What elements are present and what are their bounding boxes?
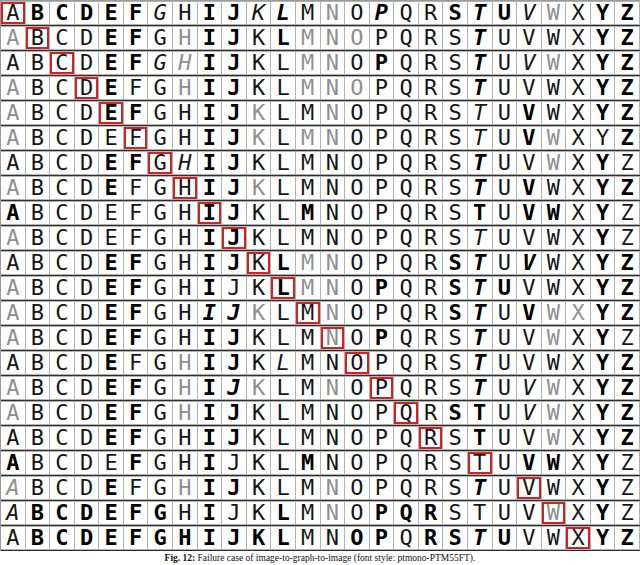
letter-cell: S — [443, 476, 468, 500]
letter-cell: Z — [615, 51, 640, 75]
letter-cell: J — [222, 1, 247, 25]
letter-cell: F — [124, 176, 149, 200]
letter-cell: S — [443, 226, 468, 250]
letter-cell: G — [148, 451, 173, 475]
letter-cell: V — [517, 501, 542, 525]
letter-cell: N — [321, 51, 346, 75]
letter-cell: F — [124, 151, 149, 175]
letter-cell: T — [468, 326, 493, 350]
letter-cell: E — [99, 1, 124, 25]
letter-cell: O — [345, 201, 370, 225]
letter-cell: C — [50, 351, 75, 375]
letter-cell: Z — [615, 126, 640, 150]
letter-cell: M — [296, 101, 321, 125]
letter-cell: H — [173, 476, 198, 500]
letter-cell: P — [370, 26, 395, 50]
letter-cell: T — [468, 476, 493, 500]
letter-cell: T — [468, 301, 493, 325]
letter-cell: U — [493, 226, 518, 250]
letter-cell: I — [198, 351, 223, 375]
letter-cell: V — [517, 76, 542, 100]
letter-cell: Y — [591, 526, 616, 550]
letter-cell: C — [50, 501, 75, 525]
letter-cell: S — [443, 501, 468, 525]
letter-cell: M — [296, 326, 321, 350]
letter-cell: B — [26, 201, 51, 225]
letter-cell: F — [124, 226, 149, 250]
letter-cell: S — [443, 351, 468, 375]
letter-cell-highlighted: I — [198, 201, 223, 225]
letter-cell: E — [99, 51, 124, 75]
letter-cell: G — [148, 426, 173, 450]
letter-cell: S — [443, 176, 468, 200]
letter-cell: J — [222, 26, 247, 50]
letter-cell: K — [247, 476, 272, 500]
letter-cell: L — [271, 351, 296, 375]
letter-cell: W — [542, 326, 567, 350]
letter-cell: P — [370, 176, 395, 200]
letter-cell-highlighted: R — [419, 426, 444, 450]
letter-cell: L — [271, 301, 296, 325]
letter-cell: E — [99, 501, 124, 525]
letter-cell: O — [345, 401, 370, 425]
letter-cell: J — [222, 376, 247, 400]
letter-cell: I — [198, 101, 223, 125]
letter-cell: B — [26, 526, 51, 550]
alphabet-row: ABCDEFGHIJKLMNOPQRSTUVWXYZ — [1, 326, 640, 351]
letter-cell: J — [222, 276, 247, 300]
letter-cell: Z — [615, 226, 640, 250]
letter-cell: F — [124, 26, 149, 50]
alphabet-row: ABCDEFGHIJKLMNOPQRSTUVWXYZ — [1, 526, 640, 551]
letter-cell: L — [271, 501, 296, 525]
letter-cell: T — [468, 351, 493, 375]
letter-cell: Y — [591, 501, 616, 525]
letter-cell: Y — [591, 126, 616, 150]
letter-cell: D — [75, 476, 100, 500]
letter-cell: E — [99, 176, 124, 200]
letter-cell: D — [75, 1, 100, 25]
letter-cell: Y — [591, 251, 616, 275]
letter-cell: M — [296, 451, 321, 475]
letter-cell: R — [419, 176, 444, 200]
letter-cell: A — [1, 451, 26, 475]
letter-cell: D — [75, 251, 100, 275]
letter-cell: Q — [394, 226, 419, 250]
letter-cell: A — [1, 51, 26, 75]
letter-cell: V — [517, 401, 542, 425]
letter-cell: L — [271, 426, 296, 450]
letter-cell: U — [493, 501, 518, 525]
letter-cell: Y — [591, 451, 616, 475]
letter-cell: L — [271, 51, 296, 75]
letter-cell: G — [148, 26, 173, 50]
letter-cell: L — [271, 151, 296, 175]
letter-cell: U — [493, 176, 518, 200]
letter-cell: I — [198, 1, 223, 25]
letter-cell: O — [345, 151, 370, 175]
letter-cell: S — [443, 401, 468, 425]
letter-cell: J — [222, 526, 247, 550]
letter-cell: I — [198, 126, 223, 150]
letter-cell: G — [148, 301, 173, 325]
letter-cell: K — [247, 51, 272, 75]
letter-cell: Q — [394, 51, 419, 75]
letter-cell: K — [247, 226, 272, 250]
letter-cell: K — [247, 201, 272, 225]
letter-cell: H — [173, 451, 198, 475]
letter-cell: X — [566, 376, 591, 400]
letter-cell: L — [271, 101, 296, 125]
letter-cell: T — [468, 26, 493, 50]
letter-cell: R — [419, 1, 444, 25]
letter-cell: J — [222, 401, 247, 425]
letter-cell: Z — [615, 401, 640, 425]
letter-cell: T — [468, 526, 493, 550]
letter-cell: U — [493, 426, 518, 450]
letter-cell-highlighted: D — [75, 76, 100, 100]
letter-cell: T — [468, 251, 493, 275]
letter-cell: X — [566, 76, 591, 100]
letter-cell: T — [468, 1, 493, 25]
letter-cell: V — [517, 176, 542, 200]
letter-cell: U — [493, 151, 518, 175]
letter-cell: Z — [615, 176, 640, 200]
letter-cell: W — [542, 351, 567, 375]
letter-cell: B — [26, 351, 51, 375]
letter-cell: S — [443, 76, 468, 100]
letter-cell: G — [148, 326, 173, 350]
letter-cell: L — [271, 176, 296, 200]
letter-cell: G — [148, 276, 173, 300]
letter-cell: K — [247, 101, 272, 125]
letter-cell: H — [173, 26, 198, 50]
letter-cell: S — [443, 51, 468, 75]
letter-cell: C — [50, 101, 75, 125]
letter-cell: N — [321, 376, 346, 400]
letter-cell: P — [370, 101, 395, 125]
letter-cell: V — [517, 351, 542, 375]
alphabet-row: ABCDEFGHIJKLMNOPQRSTUVWXYZ — [1, 301, 640, 326]
letter-cell: Q — [394, 476, 419, 500]
letter-cell: J — [222, 351, 247, 375]
letter-cell: W — [542, 176, 567, 200]
letter-cell: B — [26, 251, 51, 275]
letter-cell: D — [75, 501, 100, 525]
letter-cell: X — [566, 51, 591, 75]
letter-cell: Y — [591, 51, 616, 75]
letter-cell: M — [296, 201, 321, 225]
letter-cell: F — [124, 351, 149, 375]
letter-cell: Z — [615, 501, 640, 525]
letter-cell-highlighted: Q — [394, 401, 419, 425]
letter-cell: R — [419, 226, 444, 250]
letter-cell: F — [124, 301, 149, 325]
letter-cell: J — [222, 176, 247, 200]
letter-cell: N — [321, 1, 346, 25]
letter-cell: W — [542, 201, 567, 225]
letter-cell: J — [222, 76, 247, 100]
letter-cell: T — [468, 176, 493, 200]
letter-cell: O — [345, 251, 370, 275]
letter-cell: X — [566, 26, 591, 50]
letter-cell: F — [124, 1, 149, 25]
letter-cell: S — [443, 201, 468, 225]
letter-cell: V — [517, 251, 542, 275]
letter-cell: S — [443, 451, 468, 475]
letter-cell: R — [419, 451, 444, 475]
letter-cell: K — [247, 176, 272, 200]
letter-cell: H — [173, 126, 198, 150]
letter-cell: I — [198, 276, 223, 300]
letter-cell-highlighted: L — [271, 276, 296, 300]
letter-cell-highlighted: F — [124, 126, 149, 150]
letter-cell: Q — [394, 526, 419, 550]
letter-cell: N — [321, 301, 346, 325]
letter-cell: A — [1, 476, 26, 500]
letter-cell: S — [443, 526, 468, 550]
letter-cell: P — [370, 126, 395, 150]
letter-cell: G — [148, 176, 173, 200]
letter-cell: O — [345, 101, 370, 125]
letter-cell: S — [443, 26, 468, 50]
letter-cell: R — [419, 501, 444, 525]
letter-cell: X — [566, 401, 591, 425]
letter-cell: Y — [591, 326, 616, 350]
letter-cell: S — [443, 126, 468, 150]
letter-cell: Q — [394, 351, 419, 375]
letter-cell: T — [468, 426, 493, 450]
letter-cell: L — [271, 451, 296, 475]
letter-cell: E — [99, 201, 124, 225]
alphabet-row: ABCDEFGHIJKLMNOPQRSTUVWXYZ — [1, 151, 640, 176]
letter-cell: Q — [394, 76, 419, 100]
letter-cell: R — [419, 151, 444, 175]
letter-cell: G — [148, 476, 173, 500]
letter-cell: L — [271, 326, 296, 350]
alphabet-row: ABCDEFGHIJKLMNOPQRSTUVWXYZ — [1, 451, 640, 476]
letter-cell: R — [419, 76, 444, 100]
letter-cell: P — [370, 351, 395, 375]
letter-cell: T — [468, 76, 493, 100]
letter-cell: T — [468, 276, 493, 300]
letter-cell: R — [419, 476, 444, 500]
letter-cell: M — [296, 126, 321, 150]
letter-cell: P — [370, 226, 395, 250]
letter-cell: B — [26, 426, 51, 450]
letter-cell: U — [493, 376, 518, 400]
alphabet-row: ABCDEFGHIJKLMNOPQRSTUVWXYZ — [1, 226, 640, 251]
letter-cell: E — [99, 351, 124, 375]
letter-cell: B — [26, 76, 51, 100]
letter-cell: Z — [615, 351, 640, 375]
letter-cell: C — [50, 326, 75, 350]
letter-cell: N — [321, 176, 346, 200]
letter-cell: Z — [615, 1, 640, 25]
letter-cell: P — [370, 151, 395, 175]
letter-cell: L — [271, 76, 296, 100]
letter-cell: R — [419, 26, 444, 50]
letter-cell: W — [542, 476, 567, 500]
letter-cell: C — [50, 401, 75, 425]
letter-cell: C — [50, 376, 75, 400]
letter-cell: Q — [394, 26, 419, 50]
letter-cell: B — [26, 376, 51, 400]
alphabet-row: ABCDEFGHIJKLMNOPQRSTUVWXYZ — [1, 501, 640, 526]
letter-cell: Y — [591, 301, 616, 325]
letter-cell: C — [50, 451, 75, 475]
letter-cell: X — [566, 501, 591, 525]
letter-cell: E — [99, 151, 124, 175]
letter-cell: Q — [394, 151, 419, 175]
letter-cell: H — [173, 301, 198, 325]
letter-cell-highlighted: V — [517, 476, 542, 500]
letter-cell: Q — [394, 101, 419, 125]
letter-cell: G — [148, 201, 173, 225]
letter-cell: Q — [394, 201, 419, 225]
letter-cell: A — [1, 26, 26, 50]
letter-cell: H — [173, 151, 198, 175]
letter-cell: E — [99, 326, 124, 350]
letter-cell: E — [99, 226, 124, 250]
letter-cell: K — [247, 526, 272, 550]
letter-cell: B — [26, 1, 51, 25]
letter-cell: U — [493, 76, 518, 100]
letter-cell: F — [124, 251, 149, 275]
letter-cell: J — [222, 101, 247, 125]
letter-cell: L — [271, 26, 296, 50]
letter-cell: B — [26, 51, 51, 75]
letter-cell: G — [148, 51, 173, 75]
letter-cell: I — [198, 176, 223, 200]
letter-cell: U — [493, 101, 518, 125]
letter-cell: I — [198, 451, 223, 475]
alphabet-row: ABCDEFGHIJKLMNOPQRSTUVWXYZ — [1, 426, 640, 451]
letter-cell: F — [124, 276, 149, 300]
letter-cell: J — [222, 301, 247, 325]
letter-cell: T — [468, 126, 493, 150]
letter-cell: P — [370, 476, 395, 500]
letter-cell: Z — [615, 101, 640, 125]
letter-cell: M — [296, 1, 321, 25]
letter-cell: O — [345, 126, 370, 150]
letter-cell: I — [198, 151, 223, 175]
letter-cell: G — [148, 1, 173, 25]
letter-cell: N — [321, 101, 346, 125]
letter-cell: F — [124, 326, 149, 350]
letter-cell: D — [75, 201, 100, 225]
letter-cell: A — [1, 226, 26, 250]
letter-cell: I — [198, 251, 223, 275]
letter-cell: D — [75, 526, 100, 550]
letter-cell: N — [321, 351, 346, 375]
letter-cell: R — [419, 51, 444, 75]
letter-cell: R — [419, 326, 444, 350]
letter-cell: H — [173, 226, 198, 250]
alphabet-row: ABCDEFGHIJKLMNOPQRSTUVWXYZ — [1, 251, 640, 276]
letter-cell: Q — [394, 501, 419, 525]
letter-cell: R — [419, 276, 444, 300]
letter-cell: L — [271, 201, 296, 225]
letter-cell: P — [370, 501, 395, 525]
letter-cell: V — [517, 301, 542, 325]
letter-cell: G — [148, 251, 173, 275]
letter-cell: G — [148, 501, 173, 525]
letter-cell: Y — [591, 201, 616, 225]
letter-cell: J — [222, 426, 247, 450]
letter-cell: C — [50, 26, 75, 50]
letter-cell: S — [443, 426, 468, 450]
letter-cell: F — [124, 501, 149, 525]
letter-cell: Z — [615, 151, 640, 175]
alphabet-row: ABCDEFGHIJKLMNOPQRSTUVWXYZ — [1, 101, 640, 126]
letter-cell: N — [321, 451, 346, 475]
letter-cell: M — [296, 376, 321, 400]
letter-cell: X — [566, 326, 591, 350]
alphabet-row: ABCDEFGHIJKLMNOPQRSTUVWXYZ — [1, 1, 640, 26]
letter-grid: ABCDEFGHIJKLMNOPQRSTUVWXYZABCDEFGHIJKLMN… — [0, 0, 640, 551]
letter-cell: E — [99, 426, 124, 450]
letter-cell: U — [493, 126, 518, 150]
letter-cell: F — [124, 101, 149, 125]
letter-cell: Q — [394, 426, 419, 450]
letter-cell-highlighted: J — [222, 226, 247, 250]
letter-cell: A — [1, 301, 26, 325]
letter-cell: Y — [591, 76, 616, 100]
letter-cell: W — [542, 1, 567, 25]
letter-cell: B — [26, 126, 51, 150]
letter-cell: R — [419, 201, 444, 225]
letter-cell: D — [75, 226, 100, 250]
letter-cell: B — [26, 176, 51, 200]
letter-cell: W — [542, 276, 567, 300]
letter-cell: P — [370, 51, 395, 75]
letter-cell: W — [542, 126, 567, 150]
letter-cell: V — [517, 326, 542, 350]
letter-cell: A — [1, 526, 26, 550]
letter-cell: Q — [394, 251, 419, 275]
letter-cell: J — [222, 501, 247, 525]
letter-cell: B — [26, 101, 51, 125]
letter-cell: Z — [615, 251, 640, 275]
letter-cell: G — [148, 376, 173, 400]
letter-cell: L — [271, 251, 296, 275]
letter-cell: P — [370, 401, 395, 425]
letter-cell: K — [247, 401, 272, 425]
letter-cell: W — [542, 226, 567, 250]
letter-cell: C — [50, 151, 75, 175]
letter-cell: Y — [591, 476, 616, 500]
letter-cell: T — [468, 51, 493, 75]
letter-cell: B — [26, 326, 51, 350]
letter-cell: Z — [615, 26, 640, 50]
letter-cell: H — [173, 501, 198, 525]
letter-cell: K — [247, 326, 272, 350]
caption-text: Failure case of image-to-graph-to-image … — [198, 553, 476, 563]
letter-cell: E — [99, 476, 124, 500]
letter-cell: H — [173, 251, 198, 275]
letter-cell: M — [296, 426, 321, 450]
letter-cell: X — [566, 151, 591, 175]
letter-cell: A — [1, 176, 26, 200]
letter-cell: M — [296, 401, 321, 425]
letter-cell: M — [296, 51, 321, 75]
letter-cell: V — [517, 426, 542, 450]
letter-cell: S — [443, 151, 468, 175]
letter-cell: U — [493, 301, 518, 325]
letter-cell: X — [566, 451, 591, 475]
letter-cell: E — [99, 301, 124, 325]
